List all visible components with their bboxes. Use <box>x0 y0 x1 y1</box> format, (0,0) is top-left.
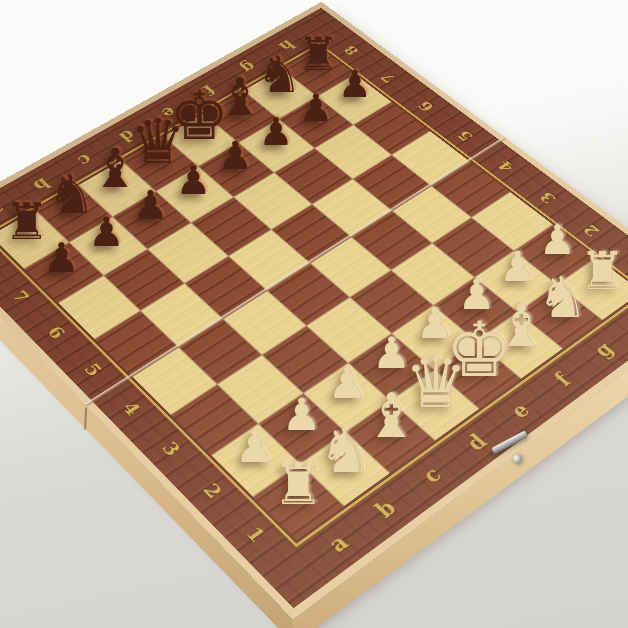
product-photo-scene: aa11bb22cc33dd44ee55ff66gg77hh88 ♜♞♝♛♚♝♞… <box>0 0 628 628</box>
